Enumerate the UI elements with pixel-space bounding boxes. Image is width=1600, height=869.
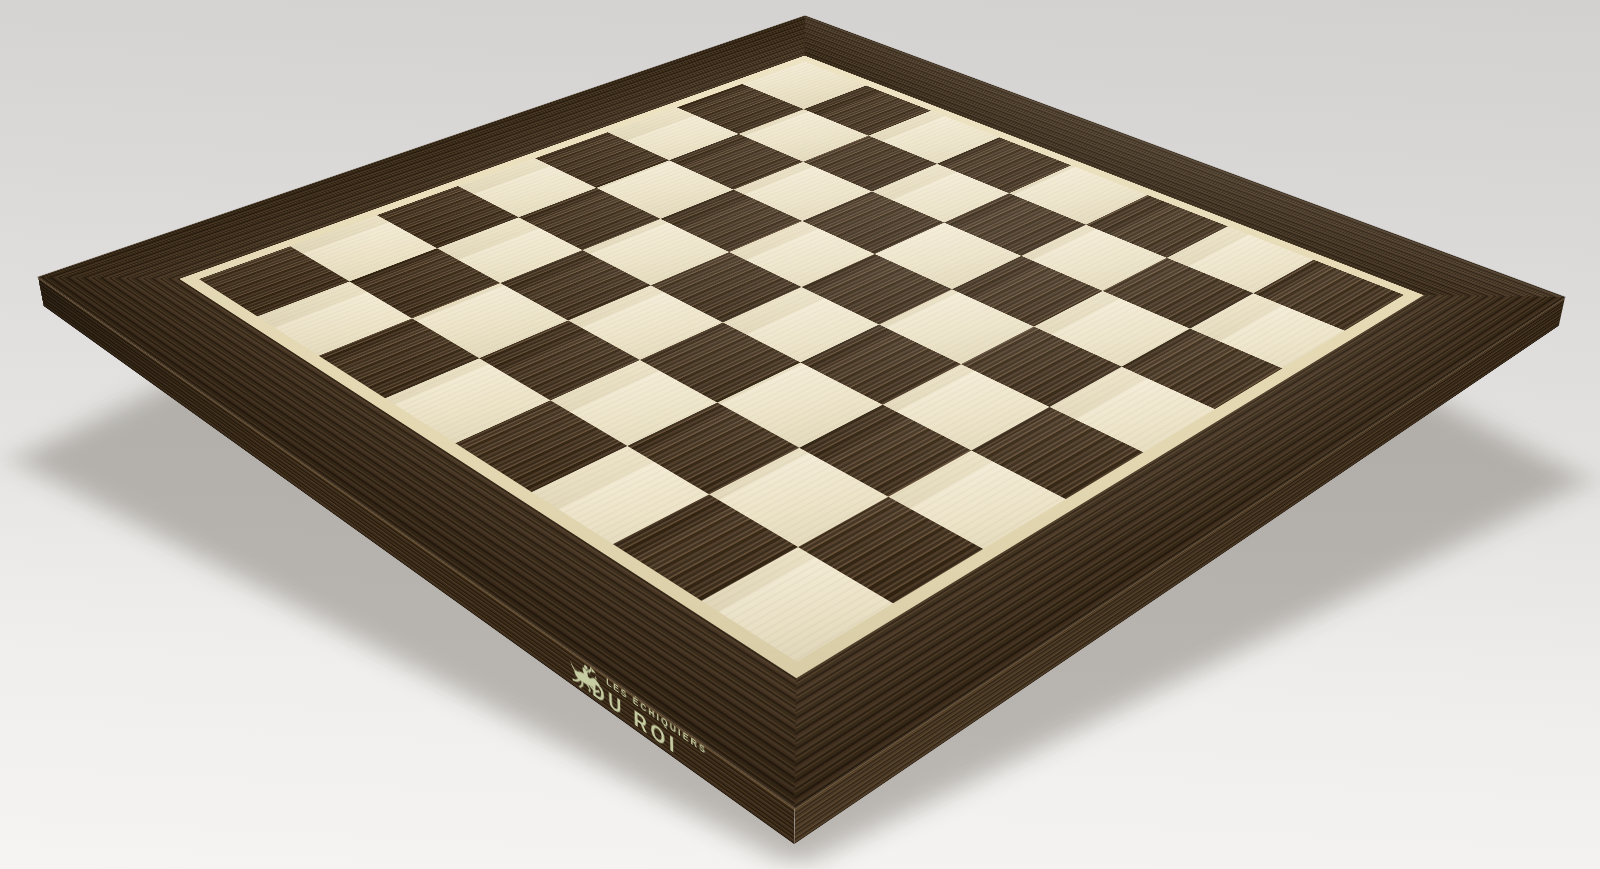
board-top-face [38,16,1565,808]
square-r5c5-light [723,287,878,362]
square-r7c8-dark [798,497,983,604]
square-r8c3-dark [319,318,480,398]
square-r3c8-dark [1122,328,1283,408]
square-r8c4-light [385,358,551,443]
square-r7c3-light [412,283,567,358]
square-r4c7-dark [961,326,1122,406]
square-r7c6-dark [627,402,799,494]
square-r5c6-dark [800,324,961,404]
square-r6c4-light [568,285,723,360]
square-r8c8-light [701,547,893,662]
square-r8c2-light [257,281,412,356]
chess-board: LES ÉCHIQUIERS DU ROI [38,16,1565,808]
square-r7c5-light [551,360,717,446]
square-r2c8-light [1190,293,1345,368]
square-r6c7-dark [799,405,971,497]
square-r6c5-dark [640,322,801,402]
studio-background: LES ÉCHIQUIERS DU ROI [0,0,1600,869]
square-r8c6-light [531,446,709,545]
square-r3c7-light [1034,291,1189,366]
square-r4c6-light [879,289,1034,364]
square-r8c5-dark [455,400,627,492]
square-r7c7-light [710,448,888,547]
square-r5c8-dark [971,407,1143,499]
square-r8c7-dark [613,494,798,600]
square-r7c4-dark [479,320,640,400]
square-r5c7-light [883,364,1049,450]
perspective-container: LES ÉCHIQUIERS DU ROI [0,0,1600,869]
square-r4c8-light [1049,366,1215,452]
square-r6c8-light [888,450,1066,549]
square-r6c6-light [717,362,883,448]
